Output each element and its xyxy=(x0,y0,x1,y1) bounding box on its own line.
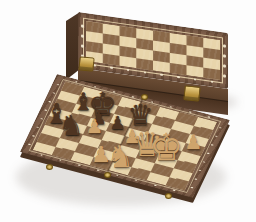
coordinate-dot xyxy=(78,164,80,165)
coordinate-dot xyxy=(135,179,137,180)
chess-set-product-photo: ♝♚♛♟♟♝♞♟♟♟♛♚♟♞ xyxy=(0,0,256,222)
board-foot xyxy=(46,164,53,170)
chess-piece-light-pawn: ♟ xyxy=(184,132,202,152)
coordinate-dot xyxy=(81,34,84,37)
coordinate-dot xyxy=(223,54,226,57)
coordinate-dot xyxy=(144,71,147,74)
chess-piece-light-king: ♚ xyxy=(150,130,183,167)
coordinate-dot xyxy=(207,153,209,154)
coordinate-dot xyxy=(32,135,34,136)
chess-piece-light-knight: ♞ xyxy=(107,143,134,173)
coordinate-dot xyxy=(59,159,61,160)
coordinate-dot xyxy=(194,178,196,179)
coordinate-dot xyxy=(211,80,214,83)
coordinate-dot xyxy=(215,136,217,137)
coordinate-dot xyxy=(52,92,54,93)
coordinate-dot xyxy=(36,127,38,128)
chess-piece-dark-knight: ♞ xyxy=(59,112,84,140)
coordinate-dot xyxy=(28,144,30,145)
coordinate-dot xyxy=(173,190,175,191)
coordinate-dot xyxy=(211,144,213,145)
brass-clasp-icon xyxy=(183,85,200,102)
coordinate-dot xyxy=(203,161,205,162)
coordinate-dot xyxy=(110,66,113,69)
coordinate-dot xyxy=(81,44,84,47)
coordinate-dot xyxy=(57,84,59,85)
coordinate-dot xyxy=(81,24,84,27)
chess-piece-light-pawn: ♟ xyxy=(86,116,103,135)
coordinate-dot xyxy=(160,73,163,76)
brass-clasp-icon xyxy=(78,56,94,71)
coordinate-dot xyxy=(199,170,201,171)
coordinate-dot xyxy=(40,154,42,155)
coordinate-dot xyxy=(223,44,226,47)
coordinate-dot xyxy=(223,74,226,77)
coordinate-dot xyxy=(177,75,180,78)
coordinate-dot xyxy=(208,116,210,117)
board-foot xyxy=(165,193,172,199)
coordinate-dot xyxy=(190,187,192,188)
coordinate-dot xyxy=(223,64,226,67)
coordinate-dot xyxy=(97,169,99,170)
coordinate-dot xyxy=(154,184,156,185)
coordinate-dot xyxy=(40,118,42,119)
coordinate-dot xyxy=(189,111,191,112)
coordinate-dot xyxy=(219,127,221,128)
